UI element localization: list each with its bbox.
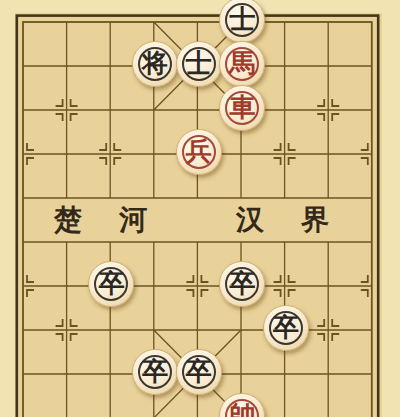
piece-glyph: 卒 bbox=[273, 315, 299, 341]
piece-glyph: 士 bbox=[229, 7, 255, 33]
piece-glyph: 卒 bbox=[142, 359, 168, 385]
board-intersections[interactable]: 士将士馬車兵卒卒卒卒卒帥 bbox=[1, 0, 393, 417]
piece-glyph: 馬 bbox=[229, 51, 255, 77]
piece-glyph: 卒 bbox=[229, 271, 255, 297]
piece-glyph: 帥 bbox=[229, 403, 255, 417]
piece-red-soldier[interactable]: 兵 bbox=[176, 129, 222, 175]
piece-black-soldier-5[interactable]: 卒 bbox=[176, 349, 222, 395]
xiangqi-app: 楚河 汉界 士将士馬車兵卒卒卒卒卒帥 bbox=[0, 0, 400, 417]
piece-glyph: 兵 bbox=[186, 139, 212, 165]
piece-black-general[interactable]: 将 bbox=[132, 41, 178, 87]
piece-glyph: 将 bbox=[142, 51, 168, 77]
piece-black-soldier-4[interactable]: 卒 bbox=[132, 349, 178, 395]
piece-black-soldier-3[interactable]: 卒 bbox=[263, 305, 309, 351]
piece-glyph: 卒 bbox=[186, 359, 212, 385]
piece-red-horse[interactable]: 馬 bbox=[219, 41, 265, 87]
piece-black-advisor-1[interactable]: 士 bbox=[219, 0, 265, 43]
piece-black-advisor-2[interactable]: 士 bbox=[176, 41, 222, 87]
piece-black-soldier-1[interactable]: 卒 bbox=[88, 261, 134, 307]
piece-glyph: 卒 bbox=[98, 271, 124, 297]
piece-glyph: 士 bbox=[186, 51, 212, 77]
piece-red-general[interactable]: 帥 bbox=[219, 393, 265, 417]
piece-black-soldier-2[interactable]: 卒 bbox=[219, 261, 265, 307]
piece-glyph: 車 bbox=[229, 95, 255, 121]
piece-red-chariot[interactable]: 車 bbox=[219, 85, 265, 131]
